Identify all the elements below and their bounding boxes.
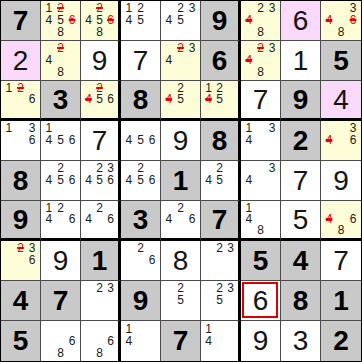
cell-r5c7[interactable]: 34 (241, 161, 281, 201)
cell-r3c6[interactable]: 1245 (201, 81, 241, 121)
solved-digit: 7 (92, 127, 108, 155)
candidate-digit: 6 (66, 135, 78, 147)
candidate-digit: 6 (347, 214, 359, 225)
given-digit: 3 (53, 86, 69, 114)
candidates-grid: 25 (161, 281, 200, 320)
given-digit: 9 (293, 86, 309, 114)
candidate-digit: 4 (123, 335, 135, 347)
cell-r1c1[interactable]: 7 (1, 1, 41, 41)
solved-digit: 9 (173, 127, 189, 155)
cell-r3c7[interactable]: 7 (241, 81, 281, 121)
given-digit: 1 (173, 167, 189, 195)
candidate-digit: 3 (105, 283, 116, 295)
cell-r7c4[interactable]: 26 (121, 241, 161, 281)
candidate-digit: 6 (186, 214, 198, 225)
candidate-digit: 4 (43, 175, 55, 187)
cell-r5c1[interactable]: 8 (1, 161, 41, 201)
candidate-digit-struck: 2 (55, 43, 67, 55)
cell-r3c3[interactable]: 2456 (81, 81, 121, 121)
candidate-digit-struck: 2 (175, 43, 187, 55)
candidate-digit: 2 (175, 203, 187, 214)
candidate-digit: 3 (266, 3, 278, 15)
candidate-digit: 5 (214, 94, 225, 105)
cell-r2c7[interactable]: 2348 (241, 41, 281, 81)
cell-r1c9[interactable]: 3468 (321, 1, 361, 41)
candidates-grid: 456 (121, 121, 160, 160)
candidate-digit: 8 (94, 347, 105, 359)
candidate-digit-struck: 4 (243, 55, 255, 67)
candidates-grid: 1246 (41, 201, 80, 238)
candidate-digit: 8 (255, 225, 267, 236)
candidate-digit: 5 (175, 94, 187, 105)
cell-r9c5[interactable]: 7 (161, 321, 201, 361)
candidate-digit: 6 (26, 255, 38, 267)
candidate-digit: 4 (203, 175, 214, 187)
cell-r4c2[interactable]: 1456 (41, 121, 81, 161)
solved-digit: 7 (133, 47, 149, 75)
candidate-digit: 5 (94, 175, 105, 187)
candidate-digit: 4 (123, 135, 135, 147)
cell-r2c6[interactable]: 6 (201, 41, 241, 81)
candidates-grid: 2345 (161, 1, 200, 40)
given-digit: 8 (293, 287, 309, 315)
candidate-digit-struck: 2 (15, 83, 27, 94)
solved-digit: 9 (53, 247, 69, 275)
cell-r9c1[interactable]: 5 (1, 321, 41, 361)
cell-r4c8[interactable]: 2 (281, 121, 321, 161)
candidates-grid: 2348 (241, 1, 280, 40)
given-digit: 5 (13, 327, 29, 355)
cell-r3c9[interactable]: 4 (321, 81, 361, 121)
cell-r3c5[interactable]: 245 (161, 81, 201, 121)
sudoku-board: 7124568245681245234592348634682248972346… (0, 0, 362, 362)
candidates-grid: 245 (161, 81, 200, 118)
candidate-digit: 5 (135, 175, 147, 187)
given-digit: 9 (13, 206, 29, 234)
candidate-digit: 2 (94, 283, 105, 295)
cell-r1c5[interactable]: 2345 (161, 1, 201, 41)
cell-r6c2[interactable]: 1246 (41, 201, 81, 241)
candidate-digit: 4 (203, 335, 214, 347)
cell-r2c3[interactable]: 9 (81, 41, 121, 81)
cell-r4c9[interactable]: 346 (321, 121, 361, 161)
candidate-digit: 5 (135, 15, 147, 27)
candidate-digit-struck: 6 (105, 15, 116, 27)
solved-digit: 2 (13, 47, 29, 75)
candidate-digit: 5 (175, 295, 187, 307)
candidate-digit: 6 (105, 214, 116, 225)
given-digit: 8 (13, 167, 29, 195)
candidates-grid: 1245 (121, 1, 160, 40)
candidate-digit: 6 (26, 135, 38, 147)
cell-r9c2[interactable]: 68 (41, 321, 81, 361)
given-digit: 4 (13, 287, 29, 315)
cell-r6c3[interactable]: 246 (81, 201, 121, 241)
given-digit: 3 (133, 206, 149, 234)
candidates-grid: 236 (1, 241, 40, 280)
candidate-digit: 2 (55, 203, 67, 214)
candidate-digit-struck: 4 (203, 94, 214, 105)
cell-r9c9[interactable]: 2 (321, 321, 361, 361)
candidate-digit: 8 (55, 347, 67, 359)
cell-r2c4[interactable]: 7 (121, 41, 161, 81)
cell-r8c3[interactable]: 23 (81, 281, 121, 321)
cell-r5c3[interactable]: 23456 (81, 161, 121, 201)
cell-r6c8[interactable]: 5 (281, 201, 321, 241)
cell-r5c4[interactable]: 2456 (121, 161, 161, 201)
solved-digit: 7 (333, 247, 349, 275)
cell-r7c6[interactable]: 23 (201, 241, 241, 281)
candidates-grid: 235 (201, 281, 238, 320)
candidates-grid: 2456 (81, 81, 118, 118)
candidates-grid: 24568 (81, 1, 118, 40)
given-digit: 7 (53, 287, 69, 315)
candidates-grid: 126 (1, 81, 40, 118)
cell-r2c8[interactable]: 1 (281, 41, 321, 81)
given-digit: 8 (133, 86, 149, 114)
cell-r1c3[interactable]: 24568 (81, 1, 121, 41)
candidate-digit: 2 (94, 203, 105, 214)
candidate-digit: 4 (43, 55, 55, 67)
candidate-digit: 6 (105, 175, 116, 187)
solved-digit: 7 (253, 86, 269, 114)
candidate-digit: 6 (66, 175, 78, 187)
given-digit: 1 (333, 287, 349, 315)
candidates-grid: 23 (81, 281, 118, 320)
cell-r6c7[interactable]: 148 (241, 201, 281, 241)
candidate-digit: 2 (135, 243, 147, 255)
candidates-grid: 346 (321, 121, 361, 160)
given-digit: 7 (173, 327, 189, 355)
candidate-digit: 5 (94, 94, 105, 105)
candidates-grid: 2456 (41, 161, 80, 200)
cell-r5c9[interactable]: 9 (321, 161, 361, 201)
cell-r8c6[interactable]: 235 (201, 281, 241, 321)
candidates-grid: 1245 (201, 81, 238, 118)
solved-digit: 1 (293, 47, 309, 75)
cell-r7c2[interactable]: 9 (41, 241, 81, 281)
cell-r3c1[interactable]: 126 (1, 81, 41, 121)
cell-r6c5[interactable]: 246 (161, 201, 201, 241)
given-digit: 5 (253, 247, 269, 275)
candidate-digit: 1 (3, 123, 15, 135)
cell-r8c8[interactable]: 8 (281, 281, 321, 321)
cell-r4c6[interactable]: 8 (201, 121, 241, 161)
candidate-digit: 4 (163, 214, 175, 225)
candidates-grid: 234 (161, 41, 200, 80)
candidates-grid: 2348 (241, 41, 280, 80)
candidate-digit: 4 (243, 214, 255, 225)
solved-digit: 3 (293, 327, 309, 355)
solved-digit: 7 (293, 167, 309, 195)
candidate-digit: 5 (214, 295, 225, 307)
candidate-digit: 3 (266, 163, 278, 175)
cell-r3c2[interactable]: 3 (41, 81, 81, 121)
candidate-digit: 4 (163, 15, 175, 27)
cell-r9c8[interactable]: 3 (281, 321, 321, 361)
candidate-digit: 6 (105, 94, 116, 105)
candidates-grid: 124568 (41, 1, 80, 40)
cell-r1c6[interactable]: 9 (201, 1, 241, 41)
candidate-digit: 6 (26, 94, 38, 105)
cell-r4c3[interactable]: 7 (81, 121, 121, 161)
cell-r8c2[interactable]: 7 (41, 281, 81, 321)
cell-r8c9[interactable]: 1 (321, 281, 361, 321)
candidates-grid: 248 (41, 41, 80, 80)
candidate-digit: 4 (43, 15, 55, 27)
candidate-digit: 8 (335, 225, 347, 236)
candidate-digit: 8 (94, 26, 105, 38)
candidate-digit: 5 (214, 175, 225, 187)
solved-digit: 6 (293, 7, 309, 35)
cell-r8c4[interactable]: 9 (121, 281, 161, 321)
cell-r8c5[interactable]: 25 (161, 281, 201, 321)
candidate-digit: 2 (255, 3, 267, 15)
cell-r3c8[interactable]: 9 (281, 81, 321, 121)
candidates-grid: 68 (41, 321, 80, 361)
solved-digit: 8 (173, 247, 189, 275)
candidate-digit: 4 (243, 175, 255, 187)
candidate-digit: 4 (83, 175, 94, 187)
cell-r6c4[interactable]: 3 (121, 201, 161, 241)
given-digit: 8 (212, 127, 228, 155)
cell-r2c1[interactable]: 2 (1, 41, 41, 81)
given-digit: 6 (212, 47, 228, 75)
cell-r5c5[interactable]: 1 (161, 161, 201, 201)
cell-r7c7[interactable]: 5 (241, 241, 281, 281)
cell-r2c5[interactable]: 234 (161, 41, 201, 81)
cell-r3c4[interactable]: 8 (121, 81, 161, 121)
cell-r7c1[interactable]: 236 (1, 241, 41, 281)
candidate-digit-struck: 4 (323, 15, 335, 27)
solved-digit: 4 (333, 86, 349, 114)
candidate-digit-struck: 4 (323, 214, 335, 225)
cell-r6c6[interactable]: 7 (201, 201, 241, 241)
candidate-digit-struck: 4 (83, 94, 94, 105)
candidate-digit-struck: 4 (323, 135, 335, 147)
cell-r5c2[interactable]: 2456 (41, 161, 81, 201)
candidates-grid: 68 (81, 321, 118, 361)
cell-r4c7[interactable]: 134 (241, 121, 281, 161)
cell-r1c8[interactable]: 6 (281, 1, 321, 41)
given-digit: 2 (333, 327, 349, 355)
candidate-digit: 6 (66, 214, 78, 225)
cell-r7c8[interactable]: 4 (281, 241, 321, 281)
cell-r9c6[interactable]: 14 (201, 321, 241, 361)
cell-r6c1[interactable]: 9 (1, 201, 41, 241)
candidate-digit: 8 (55, 66, 67, 78)
solved-digit: 9 (92, 47, 108, 75)
candidate-digit: 6 (66, 335, 78, 347)
candidate-digit: 3 (266, 123, 278, 135)
cell-r5c8[interactable]: 7 (281, 161, 321, 201)
cell-r1c2[interactable]: 124568 (41, 1, 81, 41)
candidate-digit: 8 (55, 26, 67, 38)
solved-digit: 9 (253, 327, 269, 355)
candidate-digit: 1 (3, 83, 15, 94)
candidate-digit: 5 (175, 15, 187, 27)
cell-r8c1[interactable]: 4 (1, 281, 41, 321)
candidate-digit: 5 (55, 175, 67, 187)
candidate-digit-struck: 4 (243, 15, 255, 27)
cell-r4c4[interactable]: 456 (121, 121, 161, 161)
candidates-grid: 2456 (121, 161, 160, 200)
candidate-digit: 8 (255, 66, 267, 78)
cell-r8c7[interactable]: 6 (241, 281, 281, 321)
given-digit: 7 (212, 206, 228, 234)
candidate-digit: 5 (55, 135, 67, 147)
given-digit: 5 (333, 47, 349, 75)
cell-r4c5[interactable]: 9 (161, 121, 201, 161)
given-digit: 1 (92, 247, 108, 275)
candidate-digit: 3 (186, 3, 198, 15)
candidate-digit: 4 (243, 135, 255, 147)
candidate-digit: 3 (225, 283, 236, 295)
cell-r4c1[interactable]: 136 (1, 121, 41, 161)
candidate-digit: 4 (163, 55, 175, 67)
candidate-digit: 8 (335, 26, 347, 38)
cell-r9c7[interactable]: 9 (241, 321, 281, 361)
solved-digit: 9 (333, 167, 349, 195)
candidate-digit-struck: 2 (255, 43, 267, 55)
candidate-digit: 5 (135, 135, 147, 147)
candidate-digit: 2 (214, 243, 225, 255)
cell-r7c5[interactable]: 8 (161, 241, 201, 281)
cell-r1c7[interactable]: 2348 (241, 1, 281, 41)
candidate-digit: 6 (146, 175, 158, 187)
candidate-digit: 8 (255, 26, 267, 38)
candidate-digit: 6 (347, 135, 359, 147)
candidates-grid: 134 (241, 121, 280, 160)
candidates-grid: 246 (161, 201, 200, 238)
given-digit: 9 (212, 7, 228, 35)
cell-r1c4[interactable]: 1245 (121, 1, 161, 41)
solved-digit: 5 (293, 206, 309, 234)
candidate-digit: 3 (186, 43, 198, 55)
candidate-digit: 4 (43, 214, 55, 225)
candidate-digit: 4 (83, 214, 94, 225)
candidate-digit-struck: 2 (15, 243, 27, 255)
candidates-grid: 246 (81, 201, 118, 238)
given-digit: 7 (13, 7, 29, 35)
candidate-digit: 4 (123, 15, 135, 27)
candidates-grid: 23 (201, 241, 238, 280)
candidate-digit-struck: 4 (163, 94, 175, 105)
candidates-grid: 14 (121, 321, 160, 361)
candidate-digit: 4 (83, 15, 94, 27)
solved-digit: 6 (253, 287, 269, 315)
cell-r6c9[interactable]: 468 (321, 201, 361, 241)
candidate-digit: 3 (225, 243, 236, 255)
candidate-digit: 4 (123, 175, 135, 187)
candidate-digit: 3 (266, 43, 278, 55)
candidate-digit: 6 (105, 335, 116, 347)
cell-r7c9[interactable]: 7 (321, 241, 361, 281)
cell-r2c9[interactable]: 5 (321, 41, 361, 81)
candidates-grid: 136 (1, 121, 40, 160)
cell-r2c2[interactable]: 248 (41, 41, 81, 81)
given-digit: 2 (293, 127, 309, 155)
given-digit: 9 (133, 287, 149, 315)
cell-r9c4[interactable]: 14 (121, 321, 161, 361)
candidate-digit-struck: 6 (347, 15, 359, 27)
candidate-digit: 6 (146, 255, 158, 267)
cell-r7c3[interactable]: 1 (81, 241, 121, 281)
given-digit: 4 (293, 247, 309, 275)
candidates-grid: 23456 (81, 161, 118, 200)
candidate-digit: 4 (43, 135, 55, 147)
candidates-grid: 14 (201, 321, 238, 361)
candidates-grid: 148 (241, 201, 280, 238)
candidates-grid: 1456 (41, 121, 80, 160)
candidates-grid: 26 (121, 241, 160, 280)
cell-r5c6[interactable]: 245 (201, 161, 241, 201)
candidate-digit-struck: 6 (66, 15, 78, 27)
cell-r9c3[interactable]: 68 (81, 321, 121, 361)
candidates-grid: 3468 (321, 1, 361, 40)
candidates-grid: 34 (241, 161, 280, 200)
candidates-grid: 468 (321, 201, 361, 238)
candidate-digit: 6 (146, 135, 158, 147)
candidates-grid: 245 (201, 161, 238, 200)
